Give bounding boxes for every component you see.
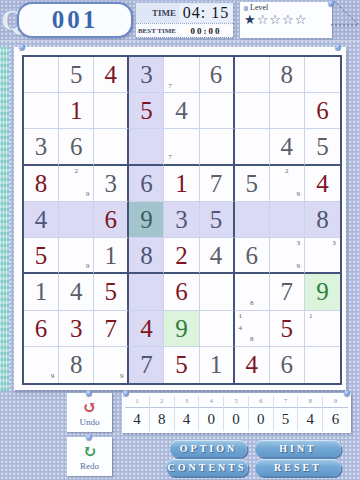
cell-r1c7[interactable] [235,57,270,93]
cell-r7c9[interactable]: 9 [305,274,340,310]
digit: 4 [210,243,223,268]
pencil-mark: 1 [235,311,246,323]
cell-r9c4[interactable]: 7 [129,347,164,383]
cell-r6c9[interactable]: 3 [305,238,340,274]
cell-r2c4[interactable]: 5 [129,93,164,129]
left-binding-strip [0,47,9,391]
cell-r6c2[interactable]: 9 [59,238,94,274]
cell-r3c6[interactable] [200,129,235,165]
cell-r7c1[interactable]: 1 [24,274,59,310]
pencil-mark: 9 [47,371,58,383]
pencil-mark: 4 [235,322,246,334]
pencil-mark: 9 [292,261,303,272]
cell-r4c7[interactable]: 5 [235,166,270,202]
digit: 6 [210,62,223,87]
counter-header: 7 [274,396,298,408]
digit: 6 [316,98,329,123]
digit: 4 [316,171,329,196]
pencil-mark: 9 [82,189,93,201]
redo-button[interactable]: ↻ Redo [67,437,112,476]
cell-r6c4[interactable]: 8 [129,238,164,274]
cell-r5c2[interactable] [59,202,94,238]
digit: 7 [281,279,294,304]
undo-label: Undo [80,417,100,427]
cell-r6c3[interactable]: 1 [94,238,129,274]
hint-button[interactable]: HINT [255,440,341,457]
digit: 5 [210,207,223,232]
digit: 1 [70,98,83,123]
cell-r2c8[interactable] [270,93,305,129]
cell-r8c3[interactable]: 7 [94,311,129,347]
digit: 5 [35,243,48,268]
digit: 6 [245,243,258,268]
cell-r4c3[interactable]: 3 [94,166,129,202]
pin-icon [335,44,341,50]
digit-count-6: 60 [249,396,274,431]
cell-r9c8[interactable]: 6 [270,347,305,383]
cell-r1c8[interactable]: 8 [270,57,305,93]
pin-icon [86,434,92,440]
digit: 4 [70,279,83,304]
cell-r1c2[interactable]: 5 [59,57,94,93]
option-button[interactable]: OPTION [170,440,247,457]
digit-count-5: 50 [224,396,249,431]
digit: 3 [105,171,118,196]
digit-counter-grid: 142834405060758496 [125,396,348,431]
undo-button[interactable]: ↺ Undo [67,393,112,432]
cell-r7c5[interactable]: 6 [164,274,199,310]
digit: 6 [140,171,153,196]
cell-r8c1[interactable]: 6 [24,311,59,347]
redo-label: Redo [80,461,99,471]
digit: 8 [70,352,83,377]
cell-r3c9[interactable]: 5 [305,129,340,165]
digit: 4 [35,207,48,232]
cell-r2c2[interactable]: 1 [59,93,94,129]
pin-icon [244,6,248,10]
cell-r4c1[interactable]: 8 [24,166,59,202]
counter-value: 0 [224,408,248,431]
cell-r5c1[interactable]: 4 [24,202,59,238]
digit: 5 [281,316,294,341]
digit: 6 [70,134,83,159]
digit: 8 [316,207,329,232]
cell-r7c8[interactable]: 7 [270,274,305,310]
cell-r8c9[interactable]: 1 [305,311,340,347]
cell-r3c3[interactable] [94,129,129,165]
board-card: 5437681546367458293617529446935859182463… [14,47,346,390]
star-filled-icon: ★ [244,12,257,27]
best-time-value: 00:00 [179,26,233,36]
digit: 4 [281,134,294,159]
counter-value: 0 [199,408,223,431]
cell-r5c5[interactable]: 3 [164,202,199,238]
cell-r4c5[interactable]: 1 [164,166,199,202]
cell-r8c8[interactable]: 5 [270,311,305,347]
pencil-mark: 7 [164,80,175,92]
cell-r3c5[interactable]: 7 [164,129,199,165]
cell-r9c6[interactable]: 1 [200,347,235,383]
counter-header: 3 [175,396,199,408]
counter-value: 4 [175,408,199,431]
digit: 5 [70,62,83,87]
cell-r3c8[interactable]: 4 [270,129,305,165]
cell-r4c8[interactable]: 29 [270,166,305,202]
fold-corner-icon [330,0,360,28]
digit: 7 [105,316,118,341]
cell-r7c6[interactable] [200,274,235,310]
undo-icon: ↺ [82,399,96,417]
cell-r5c9[interactable]: 8 [305,202,340,238]
digit: 6 [105,207,118,232]
digit-count-8: 84 [298,396,323,431]
counter-header: 9 [323,396,348,408]
level-label: Level [244,3,332,12]
cell-r5c3[interactable]: 6 [94,202,129,238]
counter-header: 5 [224,396,248,408]
digit: 6 [175,279,188,304]
cell-r2c9[interactable]: 6 [305,93,340,129]
counter-value: 5 [274,408,298,431]
cell-r3c1[interactable]: 3 [24,129,59,165]
cell-r7c3[interactable]: 5 [94,274,129,310]
cell-r8c6[interactable] [200,311,235,347]
pencil-mark: 2 [70,166,81,178]
digit: 5 [175,352,188,377]
cell-r5c4[interactable]: 9 [129,202,164,238]
cell-r9c5[interactable]: 5 [164,347,199,383]
pencil-mark: 8 [246,334,257,346]
digit: 1 [175,171,188,196]
level-stars: ★☆☆☆☆ [244,12,332,28]
cell-r9c9[interactable] [305,347,340,383]
cell-r4c6[interactable]: 7 [200,166,235,202]
pencil-mark: 1 [305,311,317,323]
contents-button[interactable]: CONTENTS [166,459,248,476]
cell-r7c2[interactable]: 4 [59,274,94,310]
cell-r1c6[interactable]: 6 [200,57,235,93]
cell-r8c7[interactable]: 148 [235,311,270,347]
digit: 4 [140,316,153,341]
cell-r2c7[interactable] [235,93,270,129]
cell-r5c7[interactable] [235,202,270,238]
sudoku-board: 5437681546367458293617529446935859182463… [22,55,342,385]
cell-r9c3[interactable]: 9 [94,347,129,383]
cell-r2c5[interactable]: 4 [164,93,199,129]
digit-counter-panel: 142834405060758496 [122,393,351,433]
puzzle-number-tab: 001 [17,2,133,38]
digit: 9 [175,316,188,341]
digit: 4 [245,352,258,377]
time-panel: TIME 04: 15 BEST TIME 00:00 [136,3,233,38]
cell-r1c5[interactable]: 7 [164,57,199,93]
counter-header: 6 [249,396,273,408]
cell-r4c9[interactable]: 4 [305,166,340,202]
digit: 8 [35,171,48,196]
counter-value: 4 [125,408,149,431]
pencil-mark: 9 [116,371,127,383]
pencil-mark: 7 [164,152,175,163]
level-panel: Level ★☆☆☆☆ [240,2,332,38]
digit-count-9: 96 [323,396,348,431]
pencil-mark: 9 [82,261,93,272]
counter-value: 0 [249,408,273,431]
digit: 9 [140,207,153,232]
digit: 7 [210,171,223,196]
pencil-mark: 2 [281,166,292,178]
digit: 8 [281,62,294,87]
cell-r1c4[interactable]: 3 [129,57,164,93]
counter-header: 2 [150,396,174,408]
digit-count-1: 14 [125,396,150,431]
cell-r2c1[interactable] [24,93,59,129]
digit: 6 [281,352,294,377]
pencil-mark: 3 [292,238,303,249]
pin-icon [86,390,92,396]
puzzle-number: 001 [52,6,99,34]
cell-r6c6[interactable]: 4 [200,238,235,274]
digit: 3 [140,62,153,87]
cell-r9c1[interactable]: 9 [24,347,59,383]
counter-value: 6 [323,408,348,431]
cell-r2c3[interactable] [94,93,129,129]
cell-r6c1[interactable]: 5 [24,238,59,274]
cell-r6c7[interactable]: 6 [235,238,270,274]
cell-r6c5[interactable]: 2 [164,238,199,274]
star-empty-icon: ☆ [269,12,282,27]
cell-r7c4[interactable] [129,274,164,310]
digit-count-4: 40 [199,396,224,431]
time-label: TIME [136,8,179,18]
cell-r5c8[interactable] [270,202,305,238]
digit: 4 [175,98,188,123]
cell-r3c7[interactable] [235,129,270,165]
pin-icon [344,390,350,396]
cell-r7c7[interactable]: 8 [235,274,270,310]
digit-count-7: 75 [274,396,299,431]
digit: 4 [105,62,118,87]
cell-r8c5[interactable]: 9 [164,311,199,347]
digit-count-2: 28 [150,396,175,431]
counter-header: 4 [199,396,223,408]
cell-r4c2[interactable]: 29 [59,166,94,202]
digit: 7 [140,352,153,377]
digit: 1 [35,279,48,304]
redo-icon: ↻ [82,443,96,461]
counter-value: 8 [150,408,174,431]
digit: 9 [316,279,329,304]
cell-r5c6[interactable]: 5 [200,202,235,238]
digit: 3 [35,134,48,159]
reset-button[interactable]: RESET [255,459,341,476]
cell-r3c4[interactable] [129,129,164,165]
digit: 3 [175,207,188,232]
digit: 1 [210,352,223,377]
cell-r1c9[interactable] [305,57,340,93]
cell-r1c3[interactable]: 4 [94,57,129,93]
cell-r8c4[interactable]: 4 [129,311,164,347]
cell-r6c8[interactable]: 39 [270,238,305,274]
cell-r8c2[interactable]: 3 [59,311,94,347]
cell-r1c1[interactable] [24,57,59,93]
cell-r4c4[interactable]: 6 [129,166,164,202]
digit: 6 [35,316,48,341]
counter-header: 1 [125,396,149,408]
digit: 2 [175,243,188,268]
star-empty-icon: ☆ [257,12,270,27]
cell-r9c7[interactable]: 4 [235,347,270,383]
digit: 8 [140,243,153,268]
counter-value: 4 [298,408,322,431]
pencil-mark: 9 [292,189,303,201]
pencil-mark: 8 [246,298,257,310]
best-time-label: BEST TIME [136,27,179,35]
time-value: 04: 15 [179,4,233,22]
digit: 3 [70,316,83,341]
digit: 1 [105,243,118,268]
digit: 5 [245,171,258,196]
pencil-mark: 3 [328,238,340,249]
digit-count-3: 34 [175,396,200,431]
star-empty-icon: ☆ [295,12,308,27]
digit: 5 [140,98,153,123]
cell-r3c2[interactable]: 6 [59,129,94,165]
cell-r9c2[interactable]: 8 [59,347,94,383]
digit: 5 [316,134,329,159]
pin-icon [123,390,129,396]
cell-r2c6[interactable] [200,93,235,129]
star-empty-icon: ☆ [282,12,295,27]
pin-icon [19,44,25,50]
digit: 5 [105,279,118,304]
counter-header: 8 [298,396,322,408]
